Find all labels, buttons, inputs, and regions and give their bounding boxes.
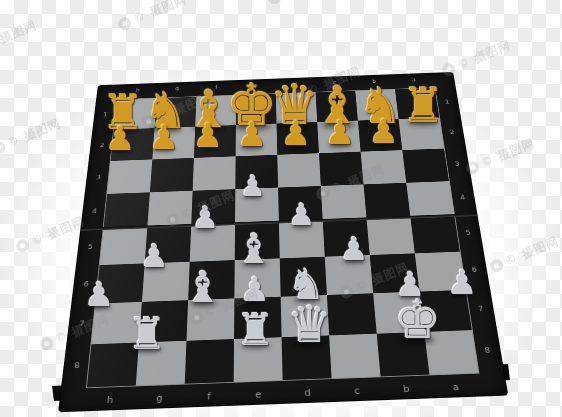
piece-silver-pawn-c6[interactable]: ♟ (338, 233, 370, 265)
piece-silver-pawn-a7[interactable]: ♟ (445, 266, 479, 300)
piece-gold-pawn-f2[interactable]: ♟ (191, 119, 225, 153)
piece-gold-pawn-b2[interactable]: ♟ (367, 115, 401, 149)
piece-silver-queen-d8[interactable]: ♛ (284, 300, 335, 351)
piece-silver-rook-g8[interactable]: ♜ (126, 312, 170, 356)
pieces-layer: ♜♞♝♛♚♝♞♜♟♟♟♟♟♟♟♚♛♜♜♟♟♞♟♝♟♟♝♟♟♟♟ (0, 0, 562, 417)
piece-gold-pawn-d2[interactable]: ♟ (279, 117, 313, 151)
piece-gold-pawn-g2[interactable]: ♟ (147, 121, 181, 155)
product-photo: hgfedcba hgfedcba 12345678 12345678 ♜♞♝♛… (0, 0, 562, 417)
piece-silver-bishop-e6[interactable]: ♝ (234, 229, 275, 270)
piece-gold-rook-a1[interactable]: ♜ (400, 82, 448, 130)
piece-silver-bishop-f7[interactable]: ♝ (181, 266, 224, 309)
piece-gold-pawn-e2[interactable]: ♟ (235, 118, 269, 152)
piece-gold-pawn-h2[interactable]: ♟ (103, 122, 137, 156)
piece-gold-pawn-c2[interactable]: ♟ (323, 116, 357, 150)
piece-silver-pawn-h7[interactable]: ♟ (82, 278, 116, 312)
piece-silver-pawn-g6[interactable]: ♟ (138, 240, 170, 272)
piece-silver-pawn-e4[interactable]: ♟ (239, 172, 268, 201)
piece-silver-king-b8[interactable]: ♚ (391, 294, 444, 347)
piece-silver-pawn-f5[interactable]: ♟ (190, 203, 220, 233)
piece-silver-rook-e8[interactable]: ♜ (234, 308, 278, 352)
piece-silver-pawn-d5[interactable]: ♟ (286, 200, 316, 230)
piece-silver-pawn-e7[interactable]: ♟ (238, 273, 272, 307)
